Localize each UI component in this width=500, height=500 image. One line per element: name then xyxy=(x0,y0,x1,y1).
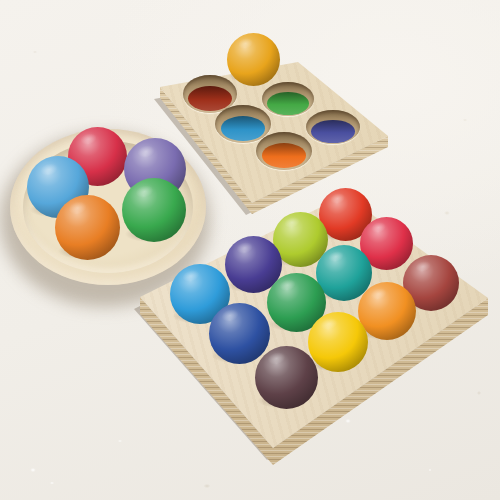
photo-stage xyxy=(0,0,500,500)
board-ball-orange xyxy=(358,282,416,340)
board-ball-plum xyxy=(255,346,318,409)
sorting-board xyxy=(0,0,500,500)
board-ball-yellow xyxy=(308,312,368,372)
board-ball-navy xyxy=(209,303,270,364)
